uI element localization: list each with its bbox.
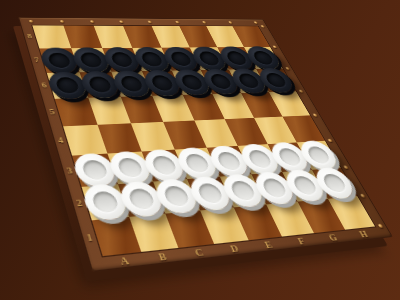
rivet [378, 224, 384, 228]
rivet [60, 20, 65, 23]
rivet [298, 90, 303, 93]
rivet [119, 20, 124, 23]
rivet [175, 21, 180, 24]
rank-labels: 87654321 [18, 17, 263, 19]
rivet [327, 139, 332, 142]
table-background: 87654321 ABCDEFGH [0, 0, 400, 300]
rivet [272, 46, 277, 49]
rivet [147, 21, 152, 24]
rivet [202, 21, 207, 24]
rivet [228, 21, 233, 24]
file-labels: ABCDEFGH [18, 17, 263, 19]
rivet [343, 165, 349, 169]
rivet [254, 21, 259, 24]
frame-rivets [18, 17, 263, 19]
rivet [313, 114, 318, 117]
board-squares [32, 25, 375, 256]
rivet [29, 20, 34, 23]
rivet [285, 67, 290, 70]
rivet [360, 194, 366, 198]
rivet [260, 25, 265, 28]
rivet [90, 20, 95, 23]
